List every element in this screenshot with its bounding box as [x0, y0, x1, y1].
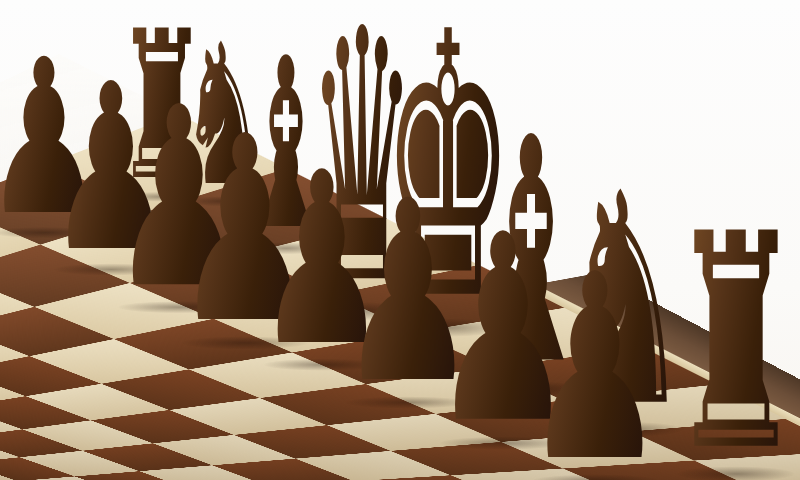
piece-black-pawn-h7[interactable]: ♟: [524, 240, 666, 480]
piece-black-rook-h8[interactable]: ♜: [670, 195, 800, 480]
pieces-layer: ♜ ♞ ♝ ♛ ♚ ♝ ♞ ♜ ♟ ♟ ♟ ♟ ♟ ♟ ♟ ♟: [0, 0, 800, 480]
chessboard-photo-scene: ♜ ♞ ♝ ♛ ♚ ♝ ♞ ♜ ♟ ♟ ♟ ♟ ♟ ♟ ♟ ♟: [0, 0, 800, 480]
